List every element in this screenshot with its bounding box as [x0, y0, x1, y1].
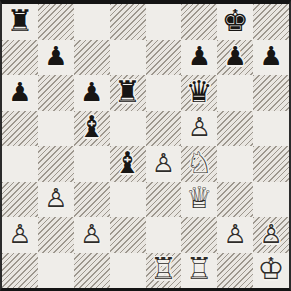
white-rook-f1: ♖ — [186, 254, 213, 284]
square-h3 — [253, 182, 289, 218]
square-b1 — [38, 253, 74, 289]
square-e5 — [146, 111, 182, 147]
square-a7 — [2, 40, 38, 76]
black-bishop-d4: ♝ — [114, 148, 141, 178]
square-f4: ♘ — [181, 146, 217, 182]
white-pawn-g2: ♙ — [224, 221, 247, 247]
square-g7: ♟ — [217, 40, 253, 76]
square-a4 — [2, 146, 38, 182]
square-f6: ♛ — [181, 75, 217, 111]
white-pawn-e4: ♙ — [152, 150, 175, 176]
square-b7: ♟ — [38, 40, 74, 76]
square-b3: ♙ — [38, 182, 74, 218]
square-b5 — [38, 111, 74, 147]
square-h8 — [253, 4, 289, 40]
square-h2: ♙ — [253, 217, 289, 253]
square-f5: ♙ — [181, 111, 217, 147]
square-c2: ♙ — [74, 217, 110, 253]
square-f2 — [181, 217, 217, 253]
square-a1 — [2, 253, 38, 289]
black-pawn-g7: ♟ — [224, 43, 247, 69]
square-c5: ♝ — [74, 111, 110, 147]
white-knight-f4: ♘ — [186, 148, 213, 178]
white-rook-e1: ♖ — [150, 254, 177, 284]
square-b4 — [38, 146, 74, 182]
black-pawn-h7: ♟ — [259, 43, 282, 69]
black-pawn-c6: ♟ — [80, 79, 103, 105]
square-c1 — [74, 253, 110, 289]
square-a8: ♜ — [2, 4, 38, 40]
square-h1: ♔ — [253, 253, 289, 289]
square-a6: ♟ — [2, 75, 38, 111]
black-pawn-b7: ♟ — [44, 43, 67, 69]
square-d3 — [110, 182, 146, 218]
square-c3 — [74, 182, 110, 218]
square-h6 — [253, 75, 289, 111]
square-c6: ♟ — [74, 75, 110, 111]
square-e8 — [146, 4, 182, 40]
white-pawn-b3: ♙ — [44, 185, 67, 211]
black-pawn-a6: ♟ — [8, 79, 31, 105]
white-pawn-a2: ♙ — [8, 221, 31, 247]
chess-board: ♜♚♟♟♟♟♟♟♜♛♝♙♝♙♘♙♕♙♙♙♙♖♖♔ — [2, 4, 289, 288]
white-queen-f3: ♕ — [186, 183, 213, 213]
square-b6 — [38, 75, 74, 111]
black-rook-a8: ♜ — [6, 6, 33, 36]
square-g2: ♙ — [217, 217, 253, 253]
white-king-h1: ♔ — [258, 254, 285, 284]
square-d1 — [110, 253, 146, 289]
black-bishop-c5: ♝ — [78, 112, 105, 142]
square-d6: ♜ — [110, 75, 146, 111]
square-a2: ♙ — [2, 217, 38, 253]
square-h4 — [253, 146, 289, 182]
square-f8 — [181, 4, 217, 40]
square-f7: ♟ — [181, 40, 217, 76]
square-g1 — [217, 253, 253, 289]
white-pawn-f5: ♙ — [188, 114, 211, 140]
square-e2 — [146, 217, 182, 253]
square-b2 — [38, 217, 74, 253]
black-pawn-f7: ♟ — [188, 43, 211, 69]
square-a5 — [2, 111, 38, 147]
square-d2 — [110, 217, 146, 253]
square-h5 — [253, 111, 289, 147]
square-h7: ♟ — [253, 40, 289, 76]
square-d7 — [110, 40, 146, 76]
square-e1: ♖ — [146, 253, 182, 289]
white-pawn-c2: ♙ — [80, 221, 103, 247]
square-f1: ♖ — [181, 253, 217, 289]
square-e4: ♙ — [146, 146, 182, 182]
square-f3: ♕ — [181, 182, 217, 218]
square-g8: ♚ — [217, 4, 253, 40]
white-pawn-h2: ♙ — [259, 221, 282, 247]
black-rook-d6: ♜ — [114, 77, 141, 107]
chess-diagram: ♜♚♟♟♟♟♟♟♜♛♝♙♝♙♘♙♕♙♙♙♙♖♖♔ — [0, 0, 291, 291]
square-c8 — [74, 4, 110, 40]
black-king-g8: ♚ — [222, 6, 249, 36]
square-c7 — [74, 40, 110, 76]
square-c4 — [74, 146, 110, 182]
square-d4: ♝ — [110, 146, 146, 182]
square-d5 — [110, 111, 146, 147]
square-g5 — [217, 111, 253, 147]
square-g3 — [217, 182, 253, 218]
square-g4 — [217, 146, 253, 182]
square-a3 — [2, 182, 38, 218]
square-d8 — [110, 4, 146, 40]
black-queen-f6: ♛ — [186, 77, 213, 107]
square-e6 — [146, 75, 182, 111]
square-g6 — [217, 75, 253, 111]
square-b8 — [38, 4, 74, 40]
square-e7 — [146, 40, 182, 76]
square-e3 — [146, 182, 182, 218]
